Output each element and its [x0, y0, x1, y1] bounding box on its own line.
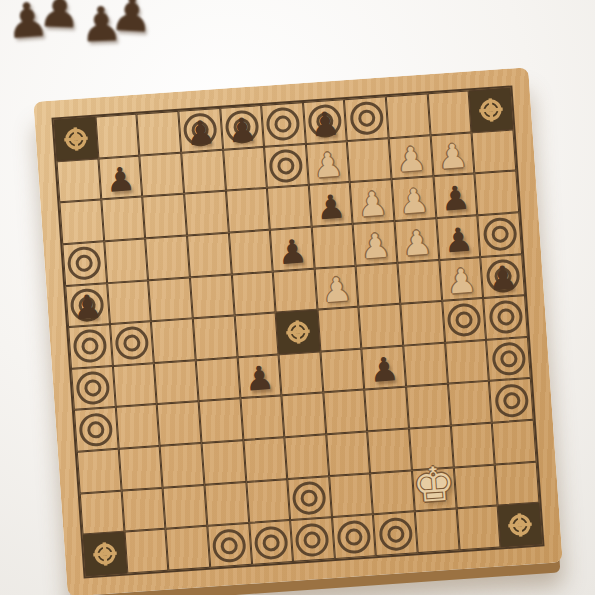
board-square[interactable]: [151, 318, 195, 362]
board-square[interactable]: [124, 529, 168, 573]
board-square[interactable]: [71, 366, 115, 410]
camp-target-inner-ring: [497, 308, 515, 326]
board-square[interactable]: [332, 515, 376, 559]
board-area: ♟♟♟♟♟♟♟♟♟♟♟♟♟♟♟♟♟♟♟♟♟♚: [33, 67, 562, 595]
board-square[interactable]: [486, 337, 530, 381]
board-square[interactable]: [312, 224, 356, 268]
camp-target-inner-ring: [84, 379, 102, 397]
board-square[interactable]: [427, 90, 471, 134]
board-square[interactable]: [451, 423, 495, 467]
board-square[interactable]: [137, 111, 181, 155]
attacker-piece[interactable]: ♟: [276, 234, 308, 269]
board-square[interactable]: [118, 446, 162, 490]
board-square[interactable]: [323, 390, 367, 434]
board-square[interactable]: ♟: [237, 354, 281, 398]
board-square[interactable]: ♟: [353, 221, 397, 265]
board-square[interactable]: [234, 313, 278, 357]
board-square[interactable]: ♟: [433, 174, 477, 218]
camp-target-inner-ring: [357, 109, 375, 127]
attacker-piece[interactable]: ♟: [368, 353, 400, 388]
board-square[interactable]: [246, 479, 290, 523]
board-square[interactable]: [454, 464, 498, 508]
camp-target-inner-ring: [303, 531, 321, 549]
board-square[interactable]: [196, 357, 240, 401]
shield-knot-icon: [89, 538, 121, 570]
camp-target-inner-ring: [277, 157, 295, 175]
camp-target-inner-ring: [75, 254, 93, 272]
board-square[interactable]: [80, 490, 124, 534]
camp-target-icon: [336, 519, 371, 554]
board-square[interactable]: ♟: [350, 179, 394, 223]
captured-attacker-piece[interactable]: ♟: [109, 0, 154, 39]
shield-knot-icon: [60, 123, 92, 155]
camp-target-inner-ring: [274, 115, 292, 133]
defender-piece[interactable]: ♟: [401, 225, 433, 260]
camp-target-icon: [491, 341, 526, 376]
camp-target-inner-ring: [81, 337, 99, 355]
board-square[interactable]: [448, 381, 492, 425]
board-square[interactable]: ♚: [412, 467, 456, 511]
board-square[interactable]: [320, 348, 364, 392]
board-square[interactable]: [386, 93, 430, 137]
board-square[interactable]: [193, 316, 237, 360]
board-square[interactable]: [163, 485, 207, 529]
table-scene: ♟♟♟♟ ♟♟♟♟♟♟♟♟♟♟♟♟♟♟♟♟♟♟♟♟♟♚: [0, 0, 595, 595]
camp-target-inner-ring: [491, 225, 509, 243]
board-square[interactable]: [59, 200, 103, 244]
board-square[interactable]: [347, 138, 391, 182]
board-square[interactable]: [154, 360, 198, 404]
defender-piece[interactable]: ♟: [360, 228, 392, 263]
camp-target-icon: [67, 246, 102, 281]
board-square[interactable]: [101, 197, 145, 241]
board-square[interactable]: [107, 280, 151, 324]
board-square[interactable]: [121, 488, 165, 532]
board-square[interactable]: ♟: [178, 108, 222, 152]
shield-knot-icon: [282, 316, 314, 348]
board-square[interactable]: [400, 301, 444, 345]
attacker-piece[interactable]: ♟: [244, 361, 276, 396]
board-square[interactable]: [326, 431, 370, 475]
board-square[interactable]: [249, 520, 293, 564]
board-grid: ♟♟♟♟♟♟♟♟♟♟♟♟♟♟♟♟♟♟♟♟♟♚: [51, 85, 544, 578]
camp-target-icon: [292, 481, 327, 516]
attacker-piece[interactable]: ♟: [226, 112, 258, 147]
board-square[interactable]: ♟: [436, 215, 480, 259]
board-square[interactable]: [415, 509, 459, 553]
captured-attacker-piece[interactable]: ♟: [37, 0, 82, 35]
camp-target-inner-ring: [502, 391, 520, 409]
board-square[interactable]: [145, 235, 189, 279]
board-square[interactable]: [276, 310, 320, 354]
board-square[interactable]: ♟: [392, 176, 436, 220]
camp-target-icon: [269, 148, 304, 183]
camp-target-inner-ring: [123, 335, 141, 353]
board-square[interactable]: [74, 407, 118, 451]
board-square[interactable]: [445, 340, 489, 384]
camp-target-icon: [447, 303, 482, 338]
camp-target-icon: [494, 383, 529, 418]
board-square[interactable]: [226, 188, 270, 232]
board-square[interactable]: [157, 402, 201, 446]
board-square[interactable]: [284, 434, 328, 478]
board-square[interactable]: [472, 129, 516, 173]
attacker-piece[interactable]: ♟: [185, 115, 217, 150]
board-square[interactable]: [187, 233, 231, 277]
camp-target-icon: [114, 326, 149, 361]
board-square[interactable]: [113, 363, 157, 407]
board-square[interactable]: [397, 260, 441, 304]
board-square[interactable]: [261, 102, 305, 146]
board-square[interactable]: ♟: [389, 135, 433, 179]
board-square[interactable]: [373, 512, 417, 556]
camp-target-icon: [482, 217, 517, 252]
shield-knot-icon: [504, 509, 536, 541]
board-square[interactable]: [368, 429, 412, 473]
board-square[interactable]: [273, 268, 317, 312]
board-square[interactable]: ♟: [439, 257, 483, 301]
board-square[interactable]: [115, 404, 159, 448]
board-square[interactable]: [317, 307, 361, 351]
defender-piece[interactable]: ♟: [395, 142, 427, 177]
board-square[interactable]: [231, 271, 275, 315]
camp-target-icon: [349, 101, 384, 136]
board-square[interactable]: ♟: [98, 155, 142, 199]
defender-piece[interactable]: ♟: [445, 264, 477, 299]
board-square[interactable]: ♟: [314, 265, 358, 309]
defender-piece[interactable]: ♟: [398, 184, 430, 219]
camp-target-inner-ring: [455, 311, 473, 329]
board-square[interactable]: [456, 506, 500, 550]
board-square[interactable]: [403, 343, 447, 387]
board-square[interactable]: [475, 171, 519, 215]
board-square[interactable]: ♟: [270, 227, 314, 271]
board-square[interactable]: [267, 185, 311, 229]
camp-target-inner-ring: [499, 350, 517, 368]
board-square[interactable]: [148, 277, 192, 321]
board-square[interactable]: ♟: [303, 99, 347, 143]
game-board: ♟♟♟♟♟♟♟♟♟♟♟♟♟♟♟♟♟♟♟♟♟♚: [33, 67, 562, 595]
board-square[interactable]: [469, 88, 513, 132]
board-square[interactable]: [228, 230, 272, 274]
board-square[interactable]: [110, 321, 154, 365]
board-square[interactable]: [68, 324, 112, 368]
board-square[interactable]: [190, 274, 234, 318]
board-square[interactable]: [365, 387, 409, 431]
board-square[interactable]: ♟: [306, 141, 350, 185]
board-square[interactable]: [492, 420, 536, 464]
camp-target-icon: [253, 525, 288, 560]
board-square[interactable]: [184, 191, 228, 235]
attacker-piece[interactable]: ♟: [309, 106, 341, 141]
board-square[interactable]: [204, 482, 248, 526]
board-square[interactable]: [199, 399, 243, 443]
camp-target-icon: [378, 516, 413, 551]
board-square[interactable]: [207, 523, 251, 567]
attacker-piece[interactable]: ♟: [104, 162, 136, 197]
board-square[interactable]: [282, 393, 326, 437]
attacker-piece[interactable]: ♟: [443, 222, 475, 257]
board-square[interactable]: [279, 351, 323, 395]
board-square[interactable]: [142, 194, 186, 238]
board-square[interactable]: [406, 384, 450, 428]
board-square[interactable]: [344, 96, 388, 140]
board-square[interactable]: [264, 144, 308, 188]
board-square[interactable]: ♟: [220, 105, 264, 149]
camp-target-inner-ring: [262, 533, 280, 551]
attacker-piece[interactable]: ♟: [315, 189, 347, 224]
board-square[interactable]: [359, 304, 403, 348]
board-square[interactable]: [243, 437, 287, 481]
board-square[interactable]: [77, 449, 121, 493]
board-square[interactable]: ♟: [395, 218, 439, 262]
board-square[interactable]: [56, 158, 100, 202]
board-square[interactable]: [442, 298, 486, 342]
board-square[interactable]: [140, 152, 184, 196]
camp-target-icon: [488, 300, 523, 335]
defender-piece[interactable]: ♟: [321, 272, 353, 307]
board-square[interactable]: ♟: [309, 182, 353, 226]
board-square[interactable]: [54, 117, 98, 161]
board-square[interactable]: ♟: [362, 346, 406, 390]
shield-knot-icon: [475, 94, 507, 126]
camp-target-icon: [73, 329, 108, 364]
board-square[interactable]: [483, 295, 527, 339]
board-square[interactable]: [290, 517, 334, 561]
attacker-piece[interactable]: ♟: [72, 290, 104, 325]
camp-target-inner-ring: [87, 421, 105, 439]
board-square[interactable]: [495, 461, 539, 505]
board-square[interactable]: [201, 440, 245, 484]
defender-piece[interactable]: ♟: [312, 148, 344, 183]
camp-target-inner-ring: [301, 489, 319, 507]
board-square[interactable]: [223, 147, 267, 191]
board-square[interactable]: [287, 476, 331, 520]
attacker-piece[interactable]: ♟: [487, 261, 519, 296]
board-square[interactable]: [160, 443, 204, 487]
board-square[interactable]: ♟: [65, 283, 109, 327]
board-square[interactable]: [95, 114, 139, 158]
camp-target-icon: [212, 528, 247, 563]
camp-target-inner-ring: [220, 536, 238, 554]
board-square[interactable]: ♟: [481, 254, 525, 298]
board-square[interactable]: [489, 378, 533, 422]
board-square[interactable]: [166, 526, 210, 570]
camp-target-icon: [266, 107, 301, 142]
board-square[interactable]: [356, 262, 400, 306]
board-square[interactable]: ♟: [430, 132, 474, 176]
camp-target-icon: [295, 522, 330, 557]
board-square[interactable]: [181, 149, 225, 193]
king-piece[interactable]: ♚: [411, 460, 456, 510]
defender-piece[interactable]: ♟: [357, 186, 389, 221]
board-square[interactable]: [104, 238, 148, 282]
camp-target-inner-ring: [387, 525, 405, 543]
camp-target-icon: [79, 412, 114, 447]
board-square[interactable]: [83, 532, 127, 576]
board-square[interactable]: [240, 396, 284, 440]
board-square[interactable]: [370, 470, 414, 514]
captured-pieces-tray: ♟♟♟♟: [4, 0, 174, 96]
defender-piece[interactable]: ♟: [437, 139, 469, 174]
camp-target-inner-ring: [345, 528, 363, 546]
board-square[interactable]: [329, 473, 373, 517]
board-square[interactable]: [498, 503, 542, 547]
attacker-piece[interactable]: ♟: [440, 181, 472, 216]
board-square[interactable]: [478, 212, 522, 256]
camp-target-icon: [76, 370, 111, 405]
board-square[interactable]: [62, 241, 106, 285]
